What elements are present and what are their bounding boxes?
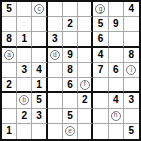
given-digit: 8: [67, 65, 73, 75]
cell-r2c4[interactable]: [48, 17, 63, 32]
cell-r3c7[interactable]: 6: [93, 32, 108, 47]
circled-letter-marker: c: [34, 4, 44, 14]
cell-r1c5[interactable]: [63, 2, 78, 17]
given-digit: 4: [129, 4, 135, 14]
cell-r4c8[interactable]: [109, 48, 124, 63]
cell-r3c9[interactable]: [124, 32, 139, 47]
given-digit: 8: [129, 50, 135, 60]
cell-r6c9[interactable]: [124, 78, 139, 93]
cell-r4c2[interactable]: [17, 48, 32, 63]
cell-r6c3[interactable]: 1: [32, 78, 47, 93]
cell-r5c5[interactable]: 8: [63, 63, 78, 78]
cell-r1c2[interactable]: [17, 2, 32, 17]
cell-r2c9[interactable]: [124, 17, 139, 32]
cell-r7c9[interactable]: 3: [124, 93, 139, 108]
cell-r9c2[interactable]: [17, 124, 32, 139]
cell-r4c1[interactable]: a: [2, 48, 17, 63]
given-digit: 9: [67, 50, 73, 60]
circled-letter-marker: i: [126, 65, 136, 75]
cell-r1c4[interactable]: [48, 2, 63, 17]
given-digit: 1: [6, 126, 12, 136]
cell-r6c6[interactable]: f: [78, 78, 93, 93]
given-digit: 2: [67, 19, 73, 29]
circled-letter-marker: a: [4, 50, 14, 60]
cell-r2c2[interactable]: [17, 17, 32, 32]
cell-r5c3[interactable]: 4: [32, 63, 47, 78]
cell-r2c7[interactable]: 5: [93, 17, 108, 32]
cell-r9c4[interactable]: [48, 124, 63, 139]
cell-r3c8[interactable]: [109, 32, 124, 47]
cell-r9c1[interactable]: 1: [2, 124, 17, 139]
cell-r5c2[interactable]: 3: [17, 63, 32, 78]
given-digit: 6: [113, 65, 119, 75]
given-digit: 7: [98, 65, 104, 75]
given-digit: 1: [22, 34, 28, 44]
cell-r3c6[interactable]: [78, 32, 93, 47]
cell-r5c7[interactable]: 7: [93, 63, 108, 78]
cell-r3c1[interactable]: 8: [2, 32, 17, 47]
cell-r7c6[interactable]: 2: [78, 93, 93, 108]
circled-letter-marker: b: [19, 95, 29, 105]
given-digit: 5: [36, 95, 42, 105]
cell-r9c9[interactable]: 5: [124, 124, 139, 139]
given-digit: 3: [129, 95, 135, 105]
given-digit: 2: [22, 111, 28, 121]
cell-r2c1[interactable]: [2, 17, 17, 32]
given-digit: 4: [113, 95, 119, 105]
cell-r7c1[interactable]: [2, 93, 17, 108]
cell-r6c2[interactable]: [17, 78, 32, 93]
cell-r5c4[interactable]: [48, 63, 63, 78]
cell-r8c4[interactable]: [48, 109, 63, 124]
cell-r6c1[interactable]: 2: [2, 78, 17, 93]
cell-r2c5[interactable]: 2: [63, 17, 78, 32]
cell-r7c8[interactable]: 4: [109, 93, 124, 108]
cell-r4c6[interactable]: [78, 48, 93, 63]
given-digit: 3: [52, 34, 58, 44]
cell-r8c7[interactable]: [93, 109, 108, 124]
cell-r5c1[interactable]: [2, 63, 17, 78]
given-digit: 3: [36, 111, 42, 121]
cell-r5c9[interactable]: i: [124, 63, 139, 78]
given-digit: 6: [98, 34, 104, 44]
cell-r7c4[interactable]: [48, 93, 63, 108]
given-digit: 5: [129, 126, 135, 136]
cell-r1c1[interactable]: 5: [2, 2, 17, 17]
cell-r4c7[interactable]: 4: [93, 48, 108, 63]
given-digit: 5: [67, 111, 73, 121]
cell-r4c4[interactable]: d: [48, 48, 63, 63]
given-digit: 9: [113, 19, 119, 29]
given-digit: 6: [67, 80, 73, 90]
sudoku-puzzle: 5cg42598136ad94834876i216fb5243235h1e5: [0, 0, 141, 141]
cell-r7c7[interactable]: [93, 93, 108, 108]
cell-r2c6[interactable]: [78, 17, 93, 32]
circled-letter-marker: h: [111, 111, 121, 121]
given-digit: 4: [36, 65, 42, 75]
cell-r3c5[interactable]: [63, 32, 78, 47]
cell-r8c8[interactable]: h: [109, 109, 124, 124]
given-digit: 8: [6, 34, 12, 44]
given-digit: 4: [98, 50, 104, 60]
cell-r2c3[interactable]: [32, 17, 47, 32]
given-digit: 2: [6, 80, 12, 90]
cell-r1c8[interactable]: [109, 2, 124, 17]
cell-r8c1[interactable]: [2, 109, 17, 124]
cell-r8c6[interactable]: [78, 109, 93, 124]
cell-r5c6[interactable]: [78, 63, 93, 78]
cell-r7c5[interactable]: [63, 93, 78, 108]
given-digit: 1: [36, 80, 42, 90]
cell-r6c8[interactable]: [109, 78, 124, 93]
cell-r4c9[interactable]: 8: [124, 48, 139, 63]
cell-r4c3[interactable]: [32, 48, 47, 63]
cell-r2c8[interactable]: 9: [109, 17, 124, 32]
given-digit: 3: [22, 65, 28, 75]
cell-r7c3[interactable]: 5: [32, 93, 47, 108]
cell-r3c4[interactable]: 3: [48, 32, 63, 47]
cell-r1c7[interactable]: g: [93, 2, 108, 17]
cell-r8c2[interactable]: 2: [17, 109, 32, 124]
cell-r9c7[interactable]: [93, 124, 108, 139]
circled-letter-marker: f: [80, 80, 90, 90]
cell-r3c3[interactable]: [32, 32, 47, 47]
cell-r3c2[interactable]: 1: [17, 32, 32, 47]
cell-r8c5[interactable]: 5: [63, 109, 78, 124]
given-digit: 2: [82, 95, 88, 105]
cell-r5c8[interactable]: 6: [109, 63, 124, 78]
cell-r9c3[interactable]: [32, 124, 47, 139]
cell-r1c3[interactable]: c: [32, 2, 47, 17]
cell-r6c4[interactable]: [48, 78, 63, 93]
cell-r9c5[interactable]: e: [63, 124, 78, 139]
given-digit: 5: [6, 4, 12, 14]
given-digit: 5: [98, 19, 104, 29]
sudoku-board: 5cg42598136ad94834876i216fb5243235h1e5: [0, 0, 141, 141]
cell-r8c9[interactable]: [124, 109, 139, 124]
cell-r7c2[interactable]: b: [17, 93, 32, 108]
cell-r1c9[interactable]: 4: [124, 2, 139, 17]
circled-letter-marker: g: [95, 4, 105, 14]
cell-r8c3[interactable]: 3: [32, 109, 47, 124]
cell-r6c7[interactable]: [93, 78, 108, 93]
cell-r1c6[interactable]: [78, 2, 93, 17]
cell-r9c6[interactable]: [78, 124, 93, 139]
circled-letter-marker: d: [50, 50, 60, 60]
cell-r6c5[interactable]: 6: [63, 78, 78, 93]
circled-letter-marker: e: [65, 126, 75, 136]
cell-r4c5[interactable]: 9: [63, 48, 78, 63]
cell-r9c8[interactable]: [109, 124, 124, 139]
